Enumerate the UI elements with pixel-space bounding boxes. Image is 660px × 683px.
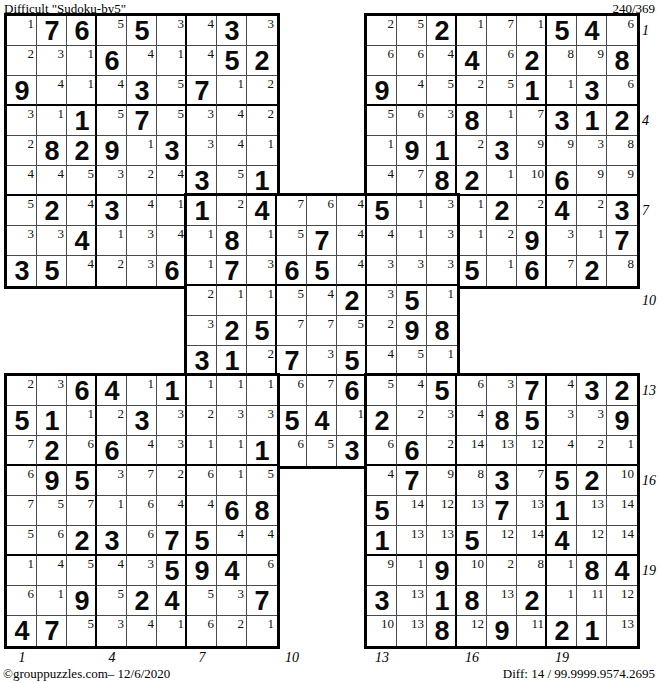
cell-r9c8[interactable]: 7	[217, 256, 247, 286]
cell-r19c9[interactable]: 6	[247, 556, 277, 586]
cell-r17c7[interactable]: 4	[187, 496, 217, 526]
cell-r21c5[interactable]: 4	[127, 616, 157, 646]
cell-r15c7[interactable]: 1	[187, 436, 217, 466]
cell-r2c8[interactable]: 5	[217, 46, 247, 76]
cell-r21c8[interactable]: 2	[217, 616, 247, 646]
cell-r21c2[interactable]: 7	[37, 616, 67, 646]
cell-r9c20[interactable]: 2	[577, 256, 607, 286]
cell-r1c2[interactable]: 7	[37, 16, 67, 46]
cell-r21c15[interactable]: 8	[427, 616, 457, 646]
cell-r5c8[interactable]: 4	[217, 136, 247, 166]
cell-r16c17[interactable]: 3	[487, 466, 517, 496]
cell-r12c9[interactable]: 2	[247, 346, 277, 376]
cell-r18c3[interactable]: 2	[67, 526, 97, 556]
cell-r15c6[interactable]: 3	[157, 436, 187, 466]
cell-r8c18[interactable]: 9	[517, 226, 547, 256]
cell-r18c13[interactable]: 1	[367, 526, 397, 556]
cell-r20c9[interactable]: 7	[247, 586, 277, 616]
cell-r19c18[interactable]: 8	[517, 556, 547, 586]
cell-r3c8[interactable]: 1	[217, 76, 247, 106]
cell-r2c6[interactable]: 1	[157, 46, 187, 76]
cell-r19c8[interactable]: 4	[217, 556, 247, 586]
cell-r5c7[interactable]: 3	[187, 136, 217, 166]
cell-r1c6[interactable]: 3	[157, 16, 187, 46]
cell-r16c7[interactable]: 6	[187, 466, 217, 496]
cell-r4c9[interactable]: 2	[247, 106, 277, 136]
cell-r16c8[interactable]: 1	[217, 466, 247, 496]
cell-r20c7[interactable]: 5	[187, 586, 217, 616]
cell-r8c15[interactable]: 3	[427, 226, 457, 256]
cell-r9c16[interactable]: 5	[457, 256, 487, 286]
cell-r5c16[interactable]: 2	[457, 136, 487, 166]
cell-r12c7[interactable]: 3	[187, 346, 217, 376]
cell-r10c10[interactable]: 5	[277, 286, 307, 316]
cell-r11c7[interactable]: 3	[187, 316, 217, 346]
cell-r21c3[interactable]: 5	[67, 616, 97, 646]
cell-r1c21[interactable]: 6	[607, 16, 637, 46]
cell-r1c13[interactable]: 2	[367, 16, 397, 46]
cell-r6c6[interactable]: 4	[157, 166, 187, 196]
cell-r2c5[interactable]: 4	[127, 46, 157, 76]
cell-r6c20[interactable]: 9	[577, 166, 607, 196]
cell-r18c2[interactable]: 6	[37, 526, 67, 556]
cell-r1c15[interactable]: 2	[427, 16, 457, 46]
cell-r2c4[interactable]: 6	[97, 46, 127, 76]
cell-r7c17[interactable]: 2	[487, 196, 517, 226]
cell-r15c11[interactable]: 5	[307, 436, 337, 466]
cell-r16c13[interactable]: 4	[367, 466, 397, 496]
cell-r7c21[interactable]: 3	[607, 196, 637, 226]
cell-r7c15[interactable]: 3	[427, 196, 457, 226]
cell-r17c19[interactable]: 1	[547, 496, 577, 526]
cell-r3c20[interactable]: 3	[577, 76, 607, 106]
cell-r9c19[interactable]: 7	[547, 256, 577, 286]
cell-r13c19[interactable]: 4	[547, 376, 577, 406]
cell-r8c16[interactable]: 1	[457, 226, 487, 256]
cell-r7c20[interactable]: 2	[577, 196, 607, 226]
cell-r3c21[interactable]: 6	[607, 76, 637, 106]
cell-r19c2[interactable]: 4	[37, 556, 67, 586]
cell-r12c14[interactable]: 5	[397, 346, 427, 376]
cell-r8c2[interactable]: 3	[37, 226, 67, 256]
cell-r12c8[interactable]: 1	[217, 346, 247, 376]
cell-r6c4[interactable]: 3	[97, 166, 127, 196]
cell-r15c15[interactable]: 2	[427, 436, 457, 466]
cell-r14c9[interactable]: 3	[247, 406, 277, 436]
cell-r20c21[interactable]: 12	[607, 586, 637, 616]
cell-r7c18[interactable]: 2	[517, 196, 547, 226]
cell-r17c14[interactable]: 14	[397, 496, 427, 526]
cell-r13c12[interactable]: 6	[337, 376, 367, 406]
cell-r11c9[interactable]: 5	[247, 316, 277, 346]
cell-r14c6[interactable]: 3	[157, 406, 187, 436]
cell-r13c4[interactable]: 4	[97, 376, 127, 406]
cell-r2c3[interactable]: 1	[67, 46, 97, 76]
cell-r14c12[interactable]: 1	[337, 406, 367, 436]
cell-r5c14[interactable]: 9	[397, 136, 427, 166]
cell-r9c3[interactable]: 4	[67, 256, 97, 286]
cell-r14c3[interactable]: 1	[67, 406, 97, 436]
cell-r8c9[interactable]: 1	[247, 226, 277, 256]
cell-r15c5[interactable]: 4	[127, 436, 157, 466]
cell-r19c15[interactable]: 9	[427, 556, 457, 586]
cell-r6c13[interactable]: 4	[367, 166, 397, 196]
cell-r13c1[interactable]: 2	[7, 376, 37, 406]
cell-r16c19[interactable]: 5	[547, 466, 577, 496]
cell-r19c19[interactable]: 1	[547, 556, 577, 586]
cell-r18c16[interactable]: 5	[457, 526, 487, 556]
cell-r18c21[interactable]: 14	[607, 526, 637, 556]
cell-r9c9[interactable]: 3	[247, 256, 277, 286]
cell-r5c15[interactable]: 1	[427, 136, 457, 166]
cell-r9c18[interactable]: 6	[517, 256, 547, 286]
cell-r17c4[interactable]: 1	[97, 496, 127, 526]
cell-r2c16[interactable]: 4	[457, 46, 487, 76]
cell-r15c20[interactable]: 2	[577, 436, 607, 466]
cell-r3c17[interactable]: 5	[487, 76, 517, 106]
cell-r1c19[interactable]: 5	[547, 16, 577, 46]
cell-r8c21[interactable]: 7	[607, 226, 637, 256]
cell-r16c5[interactable]: 7	[127, 466, 157, 496]
cell-r20c1[interactable]: 6	[7, 586, 37, 616]
cell-r12c12[interactable]: 5	[337, 346, 367, 376]
cell-r5c5[interactable]: 1	[127, 136, 157, 166]
cell-r13c15[interactable]: 5	[427, 376, 457, 406]
cell-r2c14[interactable]: 6	[397, 46, 427, 76]
cell-r2c17[interactable]: 6	[487, 46, 517, 76]
cell-r8c3[interactable]: 4	[67, 226, 97, 256]
cell-r1c18[interactable]: 1	[517, 16, 547, 46]
cell-r18c4[interactable]: 3	[97, 526, 127, 556]
cell-r18c15[interactable]: 13	[427, 526, 457, 556]
cell-r14c14[interactable]: 2	[397, 406, 427, 436]
cell-r2c18[interactable]: 2	[517, 46, 547, 76]
cell-r3c2[interactable]: 4	[37, 76, 67, 106]
cell-r13c16[interactable]: 6	[457, 376, 487, 406]
cell-r1c8[interactable]: 3	[217, 16, 247, 46]
cell-r7c14[interactable]: 1	[397, 196, 427, 226]
cell-r5c3[interactable]: 2	[67, 136, 97, 166]
cell-r7c10[interactable]: 7	[277, 196, 307, 226]
cell-r18c14[interactable]: 13	[397, 526, 427, 556]
cell-r4c19[interactable]: 3	[547, 106, 577, 136]
cell-r8c10[interactable]: 5	[277, 226, 307, 256]
cell-r7c1[interactable]: 5	[7, 196, 37, 226]
cell-r21c17[interactable]: 9	[487, 616, 517, 646]
cell-r19c1[interactable]: 1	[7, 556, 37, 586]
cell-r14c16[interactable]: 4	[457, 406, 487, 436]
cell-r17c17[interactable]: 7	[487, 496, 517, 526]
cell-r19c21[interactable]: 4	[607, 556, 637, 586]
cell-r6c16[interactable]: 2	[457, 166, 487, 196]
cell-r6c19[interactable]: 6	[547, 166, 577, 196]
cell-r5c4[interactable]: 9	[97, 136, 127, 166]
cell-r20c20[interactable]: 11	[577, 586, 607, 616]
cell-r3c19[interactable]: 1	[547, 76, 577, 106]
cell-r18c19[interactable]: 4	[547, 526, 577, 556]
cell-r14c21[interactable]: 9	[607, 406, 637, 436]
cell-r10c11[interactable]: 4	[307, 286, 337, 316]
cell-r20c13[interactable]: 3	[367, 586, 397, 616]
cell-r17c8[interactable]: 6	[217, 496, 247, 526]
cell-r13c10[interactable]: 6	[277, 376, 307, 406]
cell-r21c16[interactable]: 12	[457, 616, 487, 646]
cell-r19c16[interactable]: 10	[457, 556, 487, 586]
cell-r15c19[interactable]: 4	[547, 436, 577, 466]
cell-r15c2[interactable]: 2	[37, 436, 67, 466]
cell-r15c21[interactable]: 1	[607, 436, 637, 466]
cell-r7c9[interactable]: 4	[247, 196, 277, 226]
cell-r16c20[interactable]: 2	[577, 466, 607, 496]
cell-r7c6[interactable]: 1	[157, 196, 187, 226]
cell-r7c11[interactable]: 6	[307, 196, 337, 226]
cell-r13c3[interactable]: 6	[67, 376, 97, 406]
cell-r3c6[interactable]: 5	[157, 76, 187, 106]
cell-r18c8[interactable]: 4	[217, 526, 247, 556]
cell-r14c8[interactable]: 3	[217, 406, 247, 436]
cell-r6c15[interactable]: 8	[427, 166, 457, 196]
cell-r3c13[interactable]: 9	[367, 76, 397, 106]
cell-r15c3[interactable]: 6	[67, 436, 97, 466]
cell-r13c20[interactable]: 3	[577, 376, 607, 406]
cell-r14c7[interactable]: 2	[187, 406, 217, 436]
cell-r2c21[interactable]: 8	[607, 46, 637, 76]
cell-r10c14[interactable]: 5	[397, 286, 427, 316]
cell-r20c5[interactable]: 2	[127, 586, 157, 616]
cell-r21c9[interactable]: 1	[247, 616, 277, 646]
cell-r13c11[interactable]: 7	[307, 376, 337, 406]
cell-r16c21[interactable]: 10	[607, 466, 637, 496]
cell-r21c6[interactable]: 1	[157, 616, 187, 646]
cell-r21c1[interactable]: 4	[7, 616, 37, 646]
cell-r16c14[interactable]: 7	[397, 466, 427, 496]
cell-r2c1[interactable]: 2	[7, 46, 37, 76]
cell-r9c11[interactable]: 5	[307, 256, 337, 286]
cell-r2c7[interactable]: 4	[187, 46, 217, 76]
cell-r13c13[interactable]: 5	[367, 376, 397, 406]
cell-r1c16[interactable]: 1	[457, 16, 487, 46]
cell-r21c13[interactable]: 10	[367, 616, 397, 646]
cell-r14c10[interactable]: 5	[277, 406, 307, 436]
cell-r14c4[interactable]: 2	[97, 406, 127, 436]
cell-r14c19[interactable]: 3	[547, 406, 577, 436]
cell-r11c15[interactable]: 8	[427, 316, 457, 346]
cell-r18c7[interactable]: 5	[187, 526, 217, 556]
cell-r18c20[interactable]: 12	[577, 526, 607, 556]
cell-r17c2[interactable]: 5	[37, 496, 67, 526]
cell-r4c3[interactable]: 1	[67, 106, 97, 136]
cell-r17c16[interactable]: 13	[457, 496, 487, 526]
cell-r16c9[interactable]: 5	[247, 466, 277, 496]
cell-r4c21[interactable]: 2	[607, 106, 637, 136]
cell-r2c9[interactable]: 2	[247, 46, 277, 76]
cell-r1c20[interactable]: 4	[577, 16, 607, 46]
cell-r16c16[interactable]: 8	[457, 466, 487, 496]
cell-r11c10[interactable]: 7	[277, 316, 307, 346]
cell-r15c10[interactable]: 6	[277, 436, 307, 466]
cell-r9c10[interactable]: 6	[277, 256, 307, 286]
cell-r8c6[interactable]: 4	[157, 226, 187, 256]
cell-r13c2[interactable]: 3	[37, 376, 67, 406]
cell-r13c7[interactable]: 1	[187, 376, 217, 406]
cell-r16c18[interactable]: 7	[517, 466, 547, 496]
cell-r9c5[interactable]: 3	[127, 256, 157, 286]
cell-r12c13[interactable]: 4	[367, 346, 397, 376]
cell-r9c17[interactable]: 1	[487, 256, 517, 286]
cell-r5c1[interactable]: 2	[7, 136, 37, 166]
cell-r9c4[interactable]: 2	[97, 256, 127, 286]
cell-r19c5[interactable]: 3	[127, 556, 157, 586]
cell-r10c8[interactable]: 1	[217, 286, 247, 316]
cell-r5c21[interactable]: 8	[607, 136, 637, 166]
cell-r4c17[interactable]: 1	[487, 106, 517, 136]
cell-r13c5[interactable]: 1	[127, 376, 157, 406]
cell-r1c1[interactable]: 1	[7, 16, 37, 46]
cell-r3c4[interactable]: 4	[97, 76, 127, 106]
cell-r15c13[interactable]: 6	[367, 436, 397, 466]
cell-r5c13[interactable]: 1	[367, 136, 397, 166]
cell-r4c1[interactable]: 3	[7, 106, 37, 136]
cell-r15c16[interactable]: 14	[457, 436, 487, 466]
cell-r20c14[interactable]: 13	[397, 586, 427, 616]
cell-r5c2[interactable]: 8	[37, 136, 67, 166]
cell-r19c6[interactable]: 5	[157, 556, 187, 586]
cell-r14c13[interactable]: 2	[367, 406, 397, 436]
cell-r7c16[interactable]: 1	[457, 196, 487, 226]
cell-r10c12[interactable]: 2	[337, 286, 367, 316]
cell-r8c13[interactable]: 4	[367, 226, 397, 256]
cell-r4c2[interactable]: 1	[37, 106, 67, 136]
cell-r3c3[interactable]: 1	[67, 76, 97, 106]
cell-r18c9[interactable]: 4	[247, 526, 277, 556]
cell-r14c20[interactable]: 3	[577, 406, 607, 436]
cell-r8c12[interactable]: 4	[337, 226, 367, 256]
cell-r17c18[interactable]: 13	[517, 496, 547, 526]
cell-r3c9[interactable]: 2	[247, 76, 277, 106]
cell-r15c17[interactable]: 13	[487, 436, 517, 466]
cell-r20c19[interactable]: 1	[547, 586, 577, 616]
cell-r14c2[interactable]: 1	[37, 406, 67, 436]
cell-r8c11[interactable]: 7	[307, 226, 337, 256]
cell-r3c5[interactable]: 3	[127, 76, 157, 106]
cell-r6c5[interactable]: 2	[127, 166, 157, 196]
cell-r2c19[interactable]: 8	[547, 46, 577, 76]
cell-r14c15[interactable]: 3	[427, 406, 457, 436]
cell-r21c7[interactable]: 6	[187, 616, 217, 646]
cell-r17c3[interactable]: 7	[67, 496, 97, 526]
cell-r20c4[interactable]: 5	[97, 586, 127, 616]
cell-r1c7[interactable]: 4	[187, 16, 217, 46]
cell-r8c7[interactable]: 1	[187, 226, 217, 256]
cell-r19c3[interactable]: 5	[67, 556, 97, 586]
cell-r17c6[interactable]: 4	[157, 496, 187, 526]
cell-r14c1[interactable]: 5	[7, 406, 37, 436]
cell-r7c4[interactable]: 3	[97, 196, 127, 226]
cell-r16c2[interactable]: 9	[37, 466, 67, 496]
cell-r7c12[interactable]: 4	[337, 196, 367, 226]
cell-r2c2[interactable]: 3	[37, 46, 67, 76]
cell-r19c13[interactable]: 9	[367, 556, 397, 586]
cell-r4c15[interactable]: 3	[427, 106, 457, 136]
cell-r10c7[interactable]: 2	[187, 286, 217, 316]
cell-r15c9[interactable]: 1	[247, 436, 277, 466]
cell-r15c14[interactable]: 6	[397, 436, 427, 466]
cell-r7c3[interactable]: 4	[67, 196, 97, 226]
cell-r4c5[interactable]: 7	[127, 106, 157, 136]
cell-r4c8[interactable]: 4	[217, 106, 247, 136]
cell-r21c20[interactable]: 1	[577, 616, 607, 646]
cell-r2c20[interactable]: 9	[577, 46, 607, 76]
cell-r8c20[interactable]: 1	[577, 226, 607, 256]
cell-r11c11[interactable]: 7	[307, 316, 337, 346]
cell-r8c4[interactable]: 1	[97, 226, 127, 256]
cell-r8c14[interactable]: 1	[397, 226, 427, 256]
cell-r1c4[interactable]: 5	[97, 16, 127, 46]
cell-r3c7[interactable]: 7	[187, 76, 217, 106]
cell-r6c3[interactable]: 5	[67, 166, 97, 196]
cell-r11c12[interactable]: 5	[337, 316, 367, 346]
cell-r5c19[interactable]: 9	[547, 136, 577, 166]
cell-r3c15[interactable]: 5	[427, 76, 457, 106]
cell-r10c15[interactable]: 1	[427, 286, 457, 316]
cell-r8c5[interactable]: 3	[127, 226, 157, 256]
cell-r14c11[interactable]: 4	[307, 406, 337, 436]
cell-r20c17[interactable]: 13	[487, 586, 517, 616]
cell-r16c15[interactable]: 9	[427, 466, 457, 496]
cell-r1c9[interactable]: 3	[247, 16, 277, 46]
cell-r18c1[interactable]: 5	[7, 526, 37, 556]
cell-r6c1[interactable]: 4	[7, 166, 37, 196]
cell-r4c4[interactable]: 5	[97, 106, 127, 136]
cell-r7c8[interactable]: 2	[217, 196, 247, 226]
cell-r15c12[interactable]: 3	[337, 436, 367, 466]
cell-r5c20[interactable]: 3	[577, 136, 607, 166]
cell-r4c16[interactable]: 8	[457, 106, 487, 136]
cell-r17c5[interactable]: 6	[127, 496, 157, 526]
cell-r8c8[interactable]: 8	[217, 226, 247, 256]
cell-r13c18[interactable]: 7	[517, 376, 547, 406]
cell-r3c18[interactable]: 1	[517, 76, 547, 106]
cell-r11c14[interactable]: 9	[397, 316, 427, 346]
cell-r7c7[interactable]: 1	[187, 196, 217, 226]
cell-r6c21[interactable]: 9	[607, 166, 637, 196]
cell-r4c20[interactable]: 1	[577, 106, 607, 136]
cell-r1c14[interactable]: 5	[397, 16, 427, 46]
cell-r3c1[interactable]: 9	[7, 76, 37, 106]
cell-r7c2[interactable]: 2	[37, 196, 67, 226]
cell-r10c9[interactable]: 1	[247, 286, 277, 316]
cell-r21c21[interactable]: 13	[607, 616, 637, 646]
cell-r5c6[interactable]: 3	[157, 136, 187, 166]
cell-r11c13[interactable]: 2	[367, 316, 397, 346]
cell-r6c7[interactable]: 3	[187, 166, 217, 196]
cell-r9c2[interactable]: 5	[37, 256, 67, 286]
cell-r6c14[interactable]: 7	[397, 166, 427, 196]
cell-r13c8[interactable]: 1	[217, 376, 247, 406]
cell-r21c19[interactable]: 2	[547, 616, 577, 646]
cell-r9c1[interactable]: 3	[7, 256, 37, 286]
cell-r21c4[interactable]: 3	[97, 616, 127, 646]
cell-r3c14[interactable]: 4	[397, 76, 427, 106]
cell-r16c4[interactable]: 3	[97, 466, 127, 496]
cell-r17c15[interactable]: 12	[427, 496, 457, 526]
cell-r19c20[interactable]: 8	[577, 556, 607, 586]
cell-r5c9[interactable]: 1	[247, 136, 277, 166]
cell-r20c15[interactable]: 1	[427, 586, 457, 616]
cell-r9c21[interactable]: 8	[607, 256, 637, 286]
cell-r15c1[interactable]: 7	[7, 436, 37, 466]
cell-r8c17[interactable]: 2	[487, 226, 517, 256]
